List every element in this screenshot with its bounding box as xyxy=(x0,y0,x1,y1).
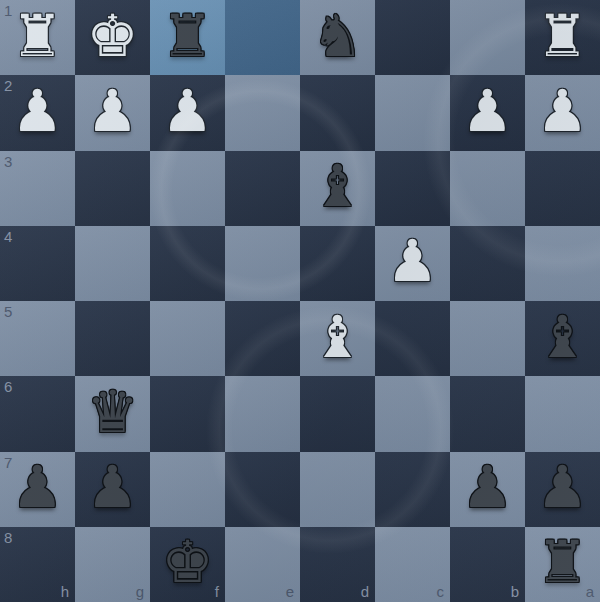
piece-black-pawn[interactable]: ♟ xyxy=(450,452,525,527)
rank-label-5: 5 xyxy=(4,303,12,320)
square-b4[interactable] xyxy=(450,226,525,301)
piece-black-rook[interactable]: ♜ xyxy=(150,0,225,75)
piece-white-pawn[interactable]: ♟ xyxy=(150,75,225,150)
piece-white-king[interactable]: ♚ xyxy=(75,0,150,75)
rank-label-6: 6 xyxy=(4,378,12,395)
square-c2[interactable] xyxy=(375,75,450,150)
square-d4[interactable] xyxy=(300,226,375,301)
square-f6[interactable] xyxy=(150,376,225,451)
square-f4[interactable] xyxy=(150,226,225,301)
square-d1[interactable]: ♞ xyxy=(300,0,375,75)
square-c7[interactable] xyxy=(375,452,450,527)
square-d3[interactable]: ♝ xyxy=(300,151,375,226)
piece-black-bishop[interactable]: ♝ xyxy=(525,301,600,376)
piece-white-rook[interactable]: ♜ xyxy=(525,0,600,75)
file-label-b: b xyxy=(511,583,519,600)
rank-label-3: 3 xyxy=(4,153,12,170)
square-c6[interactable] xyxy=(375,376,450,451)
piece-white-rook[interactable]: ♜ xyxy=(0,0,75,75)
square-b3[interactable] xyxy=(450,151,525,226)
square-g1[interactable]: ♚ xyxy=(75,0,150,75)
square-d8[interactable]: d xyxy=(300,527,375,602)
square-e4[interactable] xyxy=(225,226,300,301)
rank-label-4: 4 xyxy=(4,228,12,245)
piece-white-pawn[interactable]: ♟ xyxy=(525,75,600,150)
square-a1[interactable]: ♜ xyxy=(525,0,600,75)
piece-white-pawn[interactable]: ♟ xyxy=(0,75,75,150)
square-b8[interactable]: b xyxy=(450,527,525,602)
square-g2[interactable]: ♟ xyxy=(75,75,150,150)
piece-black-pawn[interactable]: ♟ xyxy=(525,452,600,527)
square-g7[interactable]: ♟ xyxy=(75,452,150,527)
piece-black-knight[interactable]: ♞ xyxy=(300,0,375,75)
square-e1[interactable] xyxy=(225,0,300,75)
square-c3[interactable] xyxy=(375,151,450,226)
square-a8[interactable]: a♜ xyxy=(525,527,600,602)
square-a7[interactable]: ♟ xyxy=(525,452,600,527)
chess-board-screen: 1♜♚♜♞♜2♟♟♟♟♟3♝4♟5♝♝6♛7♟♟♟♟8hgf♚edcba♜ xyxy=(0,0,600,602)
square-e3[interactable] xyxy=(225,151,300,226)
square-c1[interactable] xyxy=(375,0,450,75)
square-h1[interactable]: 1♜ xyxy=(0,0,75,75)
square-h3[interactable]: 3 xyxy=(0,151,75,226)
piece-white-pawn[interactable]: ♟ xyxy=(450,75,525,150)
square-f2[interactable]: ♟ xyxy=(150,75,225,150)
square-g4[interactable] xyxy=(75,226,150,301)
square-a2[interactable]: ♟ xyxy=(525,75,600,150)
square-h4[interactable]: 4 xyxy=(0,226,75,301)
square-h2[interactable]: 2♟ xyxy=(0,75,75,150)
piece-white-pawn[interactable]: ♟ xyxy=(75,75,150,150)
square-b6[interactable] xyxy=(450,376,525,451)
chess-board: 1♜♚♜♞♜2♟♟♟♟♟3♝4♟5♝♝6♛7♟♟♟♟8hgf♚edcba♜ xyxy=(0,0,600,602)
square-a3[interactable] xyxy=(525,151,600,226)
square-a6[interactable] xyxy=(525,376,600,451)
square-h5[interactable]: 5 xyxy=(0,301,75,376)
square-a5[interactable]: ♝ xyxy=(525,301,600,376)
square-g6[interactable]: ♛ xyxy=(75,376,150,451)
square-b1[interactable] xyxy=(450,0,525,75)
square-d6[interactable] xyxy=(300,376,375,451)
square-f7[interactable] xyxy=(150,452,225,527)
piece-white-pawn[interactable]: ♟ xyxy=(375,226,450,301)
square-h7[interactable]: 7♟ xyxy=(0,452,75,527)
file-label-e: e xyxy=(286,583,294,600)
square-d2[interactable] xyxy=(300,75,375,150)
square-a4[interactable] xyxy=(525,226,600,301)
square-d5[interactable]: ♝ xyxy=(300,301,375,376)
square-c4[interactable]: ♟ xyxy=(375,226,450,301)
square-c8[interactable]: c xyxy=(375,527,450,602)
square-g8[interactable]: g xyxy=(75,527,150,602)
square-f1[interactable]: ♜ xyxy=(150,0,225,75)
square-e7[interactable] xyxy=(225,452,300,527)
square-h6[interactable]: 6 xyxy=(0,376,75,451)
square-e8[interactable]: e xyxy=(225,527,300,602)
rank-label-8: 8 xyxy=(4,529,12,546)
square-g5[interactable] xyxy=(75,301,150,376)
piece-black-rook[interactable]: ♜ xyxy=(525,527,600,602)
square-f3[interactable] xyxy=(150,151,225,226)
square-c5[interactable] xyxy=(375,301,450,376)
piece-black-pawn[interactable]: ♟ xyxy=(75,452,150,527)
square-f5[interactable] xyxy=(150,301,225,376)
piece-white-bishop[interactable]: ♝ xyxy=(300,301,375,376)
square-b5[interactable] xyxy=(450,301,525,376)
square-h8[interactable]: 8h xyxy=(0,527,75,602)
piece-black-king[interactable]: ♚ xyxy=(150,527,225,602)
square-d7[interactable] xyxy=(300,452,375,527)
square-e2[interactable] xyxy=(225,75,300,150)
piece-black-bishop[interactable]: ♝ xyxy=(300,151,375,226)
square-g3[interactable] xyxy=(75,151,150,226)
file-label-c: c xyxy=(437,583,445,600)
file-label-d: d xyxy=(361,583,369,600)
square-e5[interactable] xyxy=(225,301,300,376)
piece-black-pawn[interactable]: ♟ xyxy=(0,452,75,527)
square-f8[interactable]: f♚ xyxy=(150,527,225,602)
square-b2[interactable]: ♟ xyxy=(450,75,525,150)
square-b7[interactable]: ♟ xyxy=(450,452,525,527)
square-e6[interactable] xyxy=(225,376,300,451)
file-label-g: g xyxy=(136,583,144,600)
piece-black-queen[interactable]: ♛ xyxy=(75,376,150,451)
file-label-h: h xyxy=(61,583,69,600)
